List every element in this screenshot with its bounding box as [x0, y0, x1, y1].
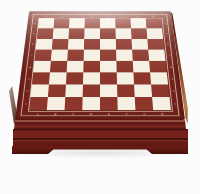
coord-label: 3	[26, 75, 30, 81]
square-c6[interactable]	[68, 39, 84, 50]
coord-label: D	[89, 15, 97, 17]
coord-label: 5	[167, 52, 171, 58]
square-h5[interactable]	[148, 50, 165, 61]
square-g5[interactable]	[132, 50, 149, 61]
square-d1[interactable]	[82, 97, 100, 110]
square-c2[interactable]	[65, 84, 83, 97]
coord-label: F	[119, 15, 127, 17]
square-e6[interactable]	[100, 39, 116, 50]
coord-label: H	[158, 112, 167, 115]
square-c3[interactable]	[66, 72, 83, 84]
square-a8[interactable]	[38, 18, 54, 28]
board-squares	[29, 18, 171, 110]
coord-label: 8	[33, 21, 37, 26]
coord-label: A	[43, 15, 51, 17]
square-e4[interactable]	[100, 61, 117, 73]
square-e1[interactable]	[100, 97, 118, 110]
file-labels-bottom: ABCDEFGH	[28, 111, 171, 117]
coord-label: F	[122, 112, 131, 115]
square-f8[interactable]	[115, 18, 131, 28]
square-b3[interactable]	[49, 72, 67, 84]
square-a1[interactable]	[29, 97, 48, 110]
square-f1[interactable]	[117, 97, 135, 110]
square-e2[interactable]	[100, 84, 117, 97]
square-g4[interactable]	[133, 61, 150, 73]
square-f7[interactable]	[115, 28, 131, 38]
square-a7[interactable]	[37, 28, 54, 38]
product-photo: ABCDEFGH ABCDEFGH 87654321 87654321	[0, 0, 200, 194]
square-b8[interactable]	[54, 18, 70, 28]
coord-label: G	[140, 112, 149, 115]
square-c1[interactable]	[65, 97, 83, 110]
coord-label: H	[149, 15, 157, 17]
square-f3[interactable]	[117, 72, 134, 84]
square-h2[interactable]	[151, 84, 169, 97]
square-d8[interactable]	[85, 18, 100, 28]
square-b1[interactable]	[47, 97, 65, 110]
square-e5[interactable]	[100, 50, 116, 61]
square-b6[interactable]	[52, 39, 69, 50]
square-a6[interactable]	[36, 39, 53, 50]
square-a5[interactable]	[35, 50, 52, 61]
coord-label: C	[73, 15, 81, 17]
coord-label: 4	[28, 64, 32, 70]
box-front	[13, 129, 188, 147]
square-d4[interactable]	[83, 61, 100, 73]
square-g6[interactable]	[132, 39, 149, 50]
square-f5[interactable]	[116, 50, 133, 61]
coord-label: A	[33, 112, 42, 115]
square-d6[interactable]	[84, 39, 100, 50]
coord-label: 6	[166, 41, 170, 46]
coord-label: 6	[30, 41, 34, 46]
square-c7[interactable]	[68, 28, 84, 38]
square-a2[interactable]	[31, 84, 49, 97]
coord-label: E	[104, 112, 113, 115]
square-b5[interactable]	[51, 50, 68, 61]
square-g7[interactable]	[131, 28, 147, 38]
square-h8[interactable]	[146, 18, 162, 28]
square-c8[interactable]	[69, 18, 85, 28]
square-e3[interactable]	[100, 72, 117, 84]
chess-board: ABCDEFGH ABCDEFGH 87654321 87654321	[15, 11, 185, 120]
coord-label: 7	[32, 31, 36, 36]
square-e7[interactable]	[100, 28, 116, 38]
square-g3[interactable]	[133, 72, 151, 84]
coord-label: D	[87, 112, 96, 115]
coord-label: 8	[163, 21, 167, 26]
coord-label: C	[69, 112, 78, 115]
square-h1[interactable]	[152, 97, 171, 110]
square-a4[interactable]	[33, 61, 51, 73]
square-f4[interactable]	[116, 61, 133, 73]
coord-label: 1	[23, 100, 28, 107]
coord-label: B	[58, 15, 66, 17]
box-lid-edge	[14, 120, 186, 129]
square-d3[interactable]	[83, 72, 100, 84]
square-a3[interactable]	[32, 72, 50, 84]
coord-label: 1	[172, 100, 177, 107]
square-e8[interactable]	[100, 18, 115, 28]
square-h4[interactable]	[149, 61, 167, 73]
coord-label: 4	[168, 64, 172, 70]
square-d7[interactable]	[84, 28, 100, 38]
coord-label: 7	[164, 31, 168, 36]
square-b7[interactable]	[53, 28, 69, 38]
square-c5[interactable]	[67, 50, 84, 61]
square-f6[interactable]	[116, 39, 132, 50]
coord-label: 2	[25, 88, 30, 94]
square-h3[interactable]	[150, 72, 168, 84]
square-g1[interactable]	[135, 97, 153, 110]
square-h6[interactable]	[147, 39, 164, 50]
square-b2[interactable]	[48, 84, 66, 97]
coord-label: 2	[171, 88, 176, 94]
coord-label: E	[104, 15, 112, 17]
coord-label: 3	[169, 75, 173, 81]
square-f2[interactable]	[117, 84, 135, 97]
square-d2[interactable]	[83, 84, 100, 97]
square-g2[interactable]	[134, 84, 152, 97]
coord-label: B	[51, 112, 60, 115]
square-b4[interactable]	[50, 61, 67, 73]
coord-label: G	[134, 15, 142, 17]
square-h7[interactable]	[146, 28, 163, 38]
square-g8[interactable]	[130, 18, 146, 28]
coord-label: 5	[29, 52, 33, 58]
square-d5[interactable]	[84, 50, 100, 61]
box-front-groove	[13, 138, 188, 140]
square-c4[interactable]	[67, 61, 84, 73]
